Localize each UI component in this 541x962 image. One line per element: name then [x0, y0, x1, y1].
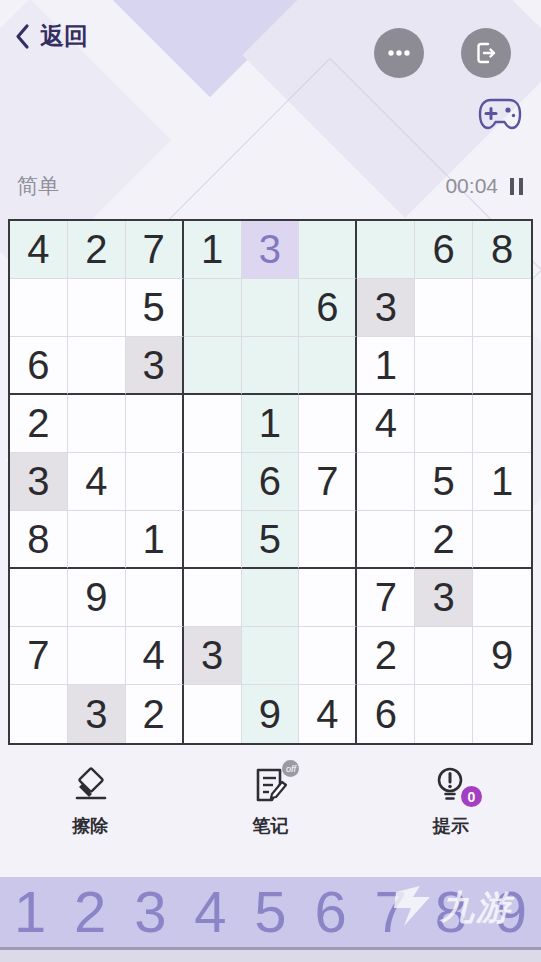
sudoku-cell[interactable]: 7: [357, 569, 415, 627]
sudoku-cell[interactable]: 3: [10, 453, 68, 511]
gamepad-icon: [475, 93, 525, 135]
sudoku-cell[interactable]: [184, 453, 242, 511]
pause-button[interactable]: [508, 176, 525, 197]
numpad-digit-6[interactable]: 6: [301, 877, 361, 947]
pause-icon: [510, 178, 514, 195]
numpad-digit-1[interactable]: 1: [0, 877, 60, 947]
sudoku-cell[interactable]: [473, 569, 531, 627]
sudoku-cell[interactable]: 3: [242, 221, 300, 279]
sudoku-cell[interactable]: 5: [126, 279, 184, 337]
sudoku-cell[interactable]: 3: [184, 627, 242, 685]
back-label: 返回: [40, 20, 88, 52]
erase-button[interactable]: 擦除: [0, 763, 180, 838]
notes-button[interactable]: off 笔记: [180, 763, 360, 838]
sudoku-cell[interactable]: [299, 395, 357, 453]
sudoku-cell[interactable]: [415, 279, 473, 337]
sudoku-cell[interactable]: 6: [415, 221, 473, 279]
sudoku-cell[interactable]: [473, 685, 531, 743]
numpad-digit-9[interactable]: 9: [481, 877, 541, 947]
hint-label: 提示: [433, 814, 469, 838]
sudoku-cell[interactable]: [184, 569, 242, 627]
erase-label: 擦除: [72, 814, 108, 838]
sudoku-cell[interactable]: 4: [10, 221, 68, 279]
difficulty-label: 简单: [17, 172, 59, 200]
sudoku-cell[interactable]: [242, 279, 300, 337]
notes-label: 笔记: [252, 814, 288, 838]
chevron-left-icon: [15, 23, 30, 50]
sudoku-cell[interactable]: 7: [10, 627, 68, 685]
number-pad: 123456789: [0, 877, 541, 947]
sudoku-cell[interactable]: 2: [126, 685, 184, 743]
sudoku-cell[interactable]: 1: [126, 511, 184, 569]
numpad-digit-2[interactable]: 2: [60, 877, 120, 947]
sudoku-cell[interactable]: [473, 337, 531, 395]
sudoku-cell[interactable]: 2: [357, 627, 415, 685]
numpad-digit-4[interactable]: 4: [180, 877, 240, 947]
sudoku-cell[interactable]: 1: [357, 337, 415, 395]
sudoku-cell[interactable]: 7: [126, 221, 184, 279]
sudoku-cell[interactable]: [473, 279, 531, 337]
sudoku-cell[interactable]: [299, 511, 357, 569]
back-button[interactable]: 返回: [15, 20, 88, 52]
sudoku-cell[interactable]: [299, 337, 357, 395]
eraser-icon: [67, 763, 113, 809]
sudoku-cell[interactable]: 3: [126, 337, 184, 395]
sudoku-cell[interactable]: 4: [126, 627, 184, 685]
ellipsis-icon: [385, 41, 413, 65]
sudoku-cell[interactable]: 6: [242, 453, 300, 511]
sudoku-cell[interactable]: 9: [242, 685, 300, 743]
sudoku-cell[interactable]: [473, 511, 531, 569]
pause-icon: [519, 178, 523, 195]
sudoku-board: 427136856363121434675181529737432932946: [8, 219, 533, 745]
sudoku-cell[interactable]: [68, 511, 126, 569]
sudoku-cell[interactable]: [184, 685, 242, 743]
sudoku-cell[interactable]: 4: [357, 395, 415, 453]
sudoku-cell[interactable]: [10, 685, 68, 743]
sudoku-cell[interactable]: 9: [68, 569, 126, 627]
sudoku-cell[interactable]: 8: [473, 221, 531, 279]
sudoku-cell[interactable]: [184, 279, 242, 337]
bg-diamond: [83, 0, 338, 97]
numpad-digit-5[interactable]: 5: [240, 877, 300, 947]
sudoku-cell[interactable]: [299, 627, 357, 685]
timer: 00:04: [445, 174, 498, 198]
sudoku-cell[interactable]: [184, 337, 242, 395]
exit-icon: [473, 40, 499, 66]
sudoku-cell[interactable]: [357, 453, 415, 511]
numpad-digit-7[interactable]: 7: [361, 877, 421, 947]
numpad-digit-3[interactable]: 3: [120, 877, 180, 947]
sudoku-cell[interactable]: [184, 511, 242, 569]
sudoku-cell[interactable]: 5: [415, 453, 473, 511]
sudoku-cell[interactable]: 9: [473, 627, 531, 685]
sudoku-cell[interactable]: 5: [242, 511, 300, 569]
sudoku-cell[interactable]: [242, 569, 300, 627]
sudoku-cell[interactable]: [299, 569, 357, 627]
sudoku-cell[interactable]: 6: [357, 685, 415, 743]
sudoku-cell[interactable]: [126, 395, 184, 453]
sudoku-cell[interactable]: [68, 395, 126, 453]
sudoku-cell[interactable]: [68, 337, 126, 395]
sudoku-cell[interactable]: 2: [68, 221, 126, 279]
sudoku-cell[interactable]: 8: [10, 511, 68, 569]
exit-button[interactable]: [461, 28, 511, 78]
sudoku-cell[interactable]: [299, 221, 357, 279]
sudoku-cell[interactable]: [357, 221, 415, 279]
sudoku-cell[interactable]: [415, 627, 473, 685]
notes-icon: off: [247, 763, 293, 809]
sudoku-cell[interactable]: 1: [242, 395, 300, 453]
sudoku-cell[interactable]: [68, 627, 126, 685]
hint-button[interactable]: 0 提示: [361, 763, 541, 838]
minigame-button[interactable]: [475, 93, 525, 139]
app-screen: 返回 简单 00:04: [0, 0, 541, 962]
sudoku-cell[interactable]: [126, 569, 184, 627]
sudoku-cell[interactable]: [415, 395, 473, 453]
sudoku-cell[interactable]: 6: [299, 279, 357, 337]
sudoku-cell[interactable]: [242, 337, 300, 395]
sudoku-cell[interactable]: [68, 279, 126, 337]
sudoku-cell[interactable]: [126, 453, 184, 511]
sudoku-cell[interactable]: 6: [10, 337, 68, 395]
sudoku-cell[interactable]: 2: [10, 395, 68, 453]
sudoku-cell[interactable]: 1: [184, 221, 242, 279]
sudoku-cell[interactable]: [10, 279, 68, 337]
hint-count-badge: 0: [461, 786, 482, 807]
sudoku-cell[interactable]: [473, 395, 531, 453]
sudoku-cell[interactable]: 4: [299, 685, 357, 743]
sudoku-cell[interactable]: [184, 395, 242, 453]
sudoku-cell[interactable]: [415, 337, 473, 395]
sudoku-cell[interactable]: 3: [68, 685, 126, 743]
sudoku-cell[interactable]: 7: [299, 453, 357, 511]
sudoku-cell[interactable]: 2: [415, 511, 473, 569]
sudoku-cell[interactable]: 1: [473, 453, 531, 511]
notes-off-badge: off: [282, 760, 299, 777]
sudoku-cell[interactable]: 3: [415, 569, 473, 627]
sudoku-cell[interactable]: 4: [68, 453, 126, 511]
pad-footer: [0, 947, 541, 962]
more-button[interactable]: [374, 28, 424, 78]
hint-bulb-icon: 0: [428, 763, 474, 809]
sudoku-cell[interactable]: [415, 685, 473, 743]
sudoku-cell[interactable]: [357, 511, 415, 569]
sudoku-cell[interactable]: [10, 569, 68, 627]
numpad-digit-8[interactable]: 8: [421, 877, 481, 947]
sudoku-cell[interactable]: 3: [357, 279, 415, 337]
sudoku-cell[interactable]: [242, 627, 300, 685]
